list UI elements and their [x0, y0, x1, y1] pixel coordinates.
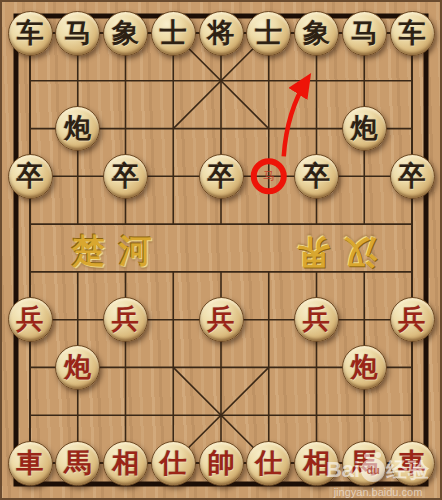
xiangqi-piece-red[interactable]: 炮	[55, 345, 100, 390]
watermark-url: jingyan.baidu.com	[316, 486, 440, 498]
xiangqi-piece-black[interactable]: 士	[246, 11, 291, 56]
river-label-chu-he: 楚河	[72, 229, 166, 274]
xiangqi-piece-black[interactable]: 将	[199, 11, 244, 56]
xiangqi-piece-black[interactable]: 象	[103, 11, 148, 56]
xiangqi-piece-black[interactable]: 车	[8, 11, 53, 56]
xiangqi-piece-black[interactable]: 卒	[8, 154, 53, 199]
watermark-bai-text: Bai	[326, 457, 360, 483]
xiangqi-piece-black[interactable]: 卒	[390, 154, 435, 199]
xiangqi-piece-red[interactable]: 帥	[199, 441, 244, 486]
xiangqi-piece-red[interactable]: 相	[103, 441, 148, 486]
river-label-han-jie: 汉界	[283, 229, 377, 274]
xiangqi-piece-red[interactable]: 兵	[390, 297, 435, 342]
xiangqi-piece-red[interactable]: 仕	[246, 441, 291, 486]
xiangqi-piece-black[interactable]: 车	[390, 11, 435, 56]
xiangqi-piece-red[interactable]: 兵	[103, 297, 148, 342]
xiangqi-piece-red[interactable]: 兵	[8, 297, 53, 342]
watermark-brand: Bai du 经验	[316, 455, 440, 485]
watermark-du-text: du	[366, 464, 379, 476]
xiangqi-piece-black[interactable]: 马	[342, 11, 387, 56]
paw-print-icon: du	[361, 458, 385, 482]
xiangqi-piece-red[interactable]: 車	[8, 441, 53, 486]
xiangqi-piece-black[interactable]: 卒	[103, 154, 148, 199]
watermark-jingyan-text: 经验	[386, 456, 430, 484]
xiangqi-piece-black[interactable]: 炮	[55, 106, 100, 151]
xiangqi-piece-red[interactable]: 兵	[294, 297, 339, 342]
xiangqi-piece-red[interactable]: 兵	[199, 297, 244, 342]
xiangqi-piece-black[interactable]: 卒	[199, 154, 244, 199]
xiangqi-piece-black[interactable]: 士	[151, 11, 196, 56]
xiangqi-piece-red[interactable]: 炮	[342, 345, 387, 390]
xiangqi-piece-black[interactable]: 炮	[342, 106, 387, 151]
xiangqi-piece-red[interactable]: 馬	[55, 441, 100, 486]
xiangqi-board: 楚河 汉界 车马象士将士象马车炮炮卒卒卒卒卒兵兵兵兵兵炮炮車馬相仕帥仕相馬車 马…	[0, 0, 442, 500]
xiangqi-piece-black[interactable]: 马	[55, 11, 100, 56]
xiangqi-piece-red[interactable]: 仕	[151, 441, 196, 486]
watermark: Bai du 经验 jingyan.baidu.com	[316, 455, 440, 498]
xiangqi-piece-black[interactable]: 卒	[294, 154, 339, 199]
xiangqi-piece-black[interactable]: 象	[294, 11, 339, 56]
